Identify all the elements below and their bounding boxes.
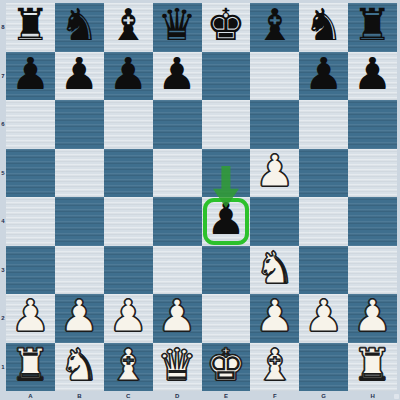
- file-label-a: A: [6, 391, 55, 400]
- piece-white-king[interactable]: ♚: [206, 343, 245, 387]
- square-b2[interactable]: ♟: [55, 294, 104, 343]
- square-g7[interactable]: ♟: [299, 52, 348, 101]
- piece-black-rook[interactable]: ♜: [11, 3, 50, 47]
- piece-white-pawn[interactable]: ♟: [108, 294, 147, 338]
- file-label-g: G: [299, 391, 348, 400]
- piece-black-pawn[interactable]: ♟: [108, 52, 147, 96]
- piece-white-pawn[interactable]: ♟: [60, 294, 99, 338]
- piece-white-rook[interactable]: ♜: [11, 343, 50, 387]
- chess-board: ♜♞♝♛♚♝♞♜♟♟♟♟♟♟♟♟♞♟♟♟♟♟♟♟♜♞♝♛♚♝♜: [6, 3, 397, 391]
- piece-black-pawn[interactable]: ♟: [353, 52, 392, 96]
- square-f2[interactable]: ♟: [250, 294, 299, 343]
- piece-white-knight[interactable]: ♞: [60, 343, 99, 387]
- piece-black-bishop[interactable]: ♝: [108, 3, 147, 47]
- piece-black-pawn[interactable]: ♟: [157, 52, 196, 96]
- piece-black-rook[interactable]: ♜: [353, 3, 392, 47]
- square-d7[interactable]: ♟: [153, 52, 202, 101]
- square-e1[interactable]: ♚: [202, 343, 251, 392]
- square-f5[interactable]: ♟: [250, 149, 299, 198]
- file-label-f: F: [250, 391, 299, 400]
- square-d2[interactable]: ♟: [153, 294, 202, 343]
- file-label-h: H: [348, 391, 397, 400]
- piece-black-king[interactable]: ♚: [206, 3, 245, 47]
- piece-black-knight[interactable]: ♞: [60, 3, 99, 47]
- square-d4[interactable]: [153, 197, 202, 246]
- square-a1[interactable]: ♜: [6, 343, 55, 392]
- square-c3[interactable]: [104, 246, 153, 295]
- square-c4[interactable]: [104, 197, 153, 246]
- square-h2[interactable]: ♟: [348, 294, 397, 343]
- square-b6[interactable]: [55, 100, 104, 149]
- square-a5[interactable]: [6, 149, 55, 198]
- file-label-c: C: [104, 391, 153, 400]
- square-g6[interactable]: [299, 100, 348, 149]
- square-f7[interactable]: [250, 52, 299, 101]
- piece-black-pawn[interactable]: ♟: [206, 197, 245, 241]
- piece-white-knight[interactable]: ♞: [255, 246, 294, 290]
- piece-white-pawn[interactable]: ♟: [255, 294, 294, 338]
- piece-black-pawn[interactable]: ♟: [60, 52, 99, 96]
- square-e3[interactable]: [202, 246, 251, 295]
- square-c8[interactable]: ♝: [104, 3, 153, 52]
- square-d6[interactable]: [153, 100, 202, 149]
- square-d8[interactable]: ♛: [153, 3, 202, 52]
- square-c5[interactable]: [104, 149, 153, 198]
- square-d5[interactable]: [153, 149, 202, 198]
- square-g4[interactable]: [299, 197, 348, 246]
- square-b1[interactable]: ♞: [55, 343, 104, 392]
- square-b5[interactable]: [55, 149, 104, 198]
- square-e6[interactable]: [202, 100, 251, 149]
- piece-white-bishop[interactable]: ♝: [108, 343, 147, 387]
- square-c7[interactable]: ♟: [104, 52, 153, 101]
- piece-white-bishop[interactable]: ♝: [255, 343, 294, 387]
- square-e5[interactable]: [202, 149, 251, 198]
- square-f4[interactable]: [250, 197, 299, 246]
- piece-white-pawn[interactable]: ♟: [255, 149, 294, 193]
- square-a6[interactable]: [6, 100, 55, 149]
- square-c2[interactable]: ♟: [104, 294, 153, 343]
- piece-black-pawn[interactable]: ♟: [11, 52, 50, 96]
- piece-black-pawn[interactable]: ♟: [304, 52, 343, 96]
- square-f6[interactable]: [250, 100, 299, 149]
- square-b3[interactable]: [55, 246, 104, 295]
- square-d3[interactable]: [153, 246, 202, 295]
- piece-white-pawn[interactable]: ♟: [353, 294, 392, 338]
- file-coordinates: ABCDEFGH: [6, 391, 397, 400]
- square-a3[interactable]: [6, 246, 55, 295]
- square-g1[interactable]: [299, 343, 348, 392]
- file-label-b: B: [55, 391, 104, 400]
- resize-handle[interactable]: [394, 394, 399, 399]
- square-b7[interactable]: ♟: [55, 52, 104, 101]
- square-g3[interactable]: [299, 246, 348, 295]
- square-h3[interactable]: [348, 246, 397, 295]
- piece-black-queen[interactable]: ♛: [157, 3, 196, 47]
- piece-white-queen[interactable]: ♛: [157, 343, 196, 387]
- piece-black-bishop[interactable]: ♝: [255, 3, 294, 47]
- square-a2[interactable]: ♟: [6, 294, 55, 343]
- piece-black-knight[interactable]: ♞: [304, 3, 343, 47]
- piece-white-rook[interactable]: ♜: [353, 343, 392, 387]
- chess-app-window: 87654321 ♜♞♝♛♚♝♞♜♟♟♟♟♟♟♟♟♞♟♟♟♟♟♟♟♜♞♝♛♚♝♜…: [0, 0, 400, 400]
- square-h4[interactable]: [348, 197, 397, 246]
- piece-white-pawn[interactable]: ♟: [11, 294, 50, 338]
- file-label-d: D: [153, 391, 202, 400]
- square-g5[interactable]: [299, 149, 348, 198]
- square-c6[interactable]: [104, 100, 153, 149]
- piece-white-pawn[interactable]: ♟: [304, 294, 343, 338]
- square-a4[interactable]: [6, 197, 55, 246]
- square-f8[interactable]: ♝: [250, 3, 299, 52]
- square-b8[interactable]: ♞: [55, 3, 104, 52]
- square-a8[interactable]: ♜: [6, 3, 55, 52]
- square-c1[interactable]: ♝: [104, 343, 153, 392]
- square-a7[interactable]: ♟: [6, 52, 55, 101]
- square-f1[interactable]: ♝: [250, 343, 299, 392]
- square-e4[interactable]: ♟: [202, 197, 251, 246]
- square-h6[interactable]: [348, 100, 397, 149]
- square-h8[interactable]: ♜: [348, 3, 397, 52]
- square-e7[interactable]: [202, 52, 251, 101]
- square-g2[interactable]: ♟: [299, 294, 348, 343]
- square-e2[interactable]: [202, 294, 251, 343]
- square-f3[interactable]: ♞: [250, 246, 299, 295]
- file-label-e: E: [202, 391, 251, 400]
- square-d1[interactable]: ♛: [153, 343, 202, 392]
- square-h7[interactable]: ♟: [348, 52, 397, 101]
- square-h1[interactable]: ♜: [348, 343, 397, 392]
- square-h5[interactable]: [348, 149, 397, 198]
- square-b4[interactable]: [55, 197, 104, 246]
- piece-white-pawn[interactable]: ♟: [157, 294, 196, 338]
- square-g8[interactable]: ♞: [299, 3, 348, 52]
- square-e8[interactable]: ♚: [202, 3, 251, 52]
